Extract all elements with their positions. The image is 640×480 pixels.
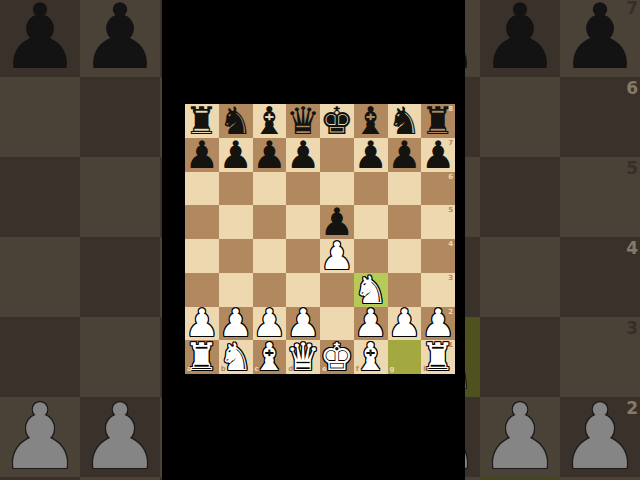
square-f5[interactable]: [354, 205, 388, 239]
coord-rank-2: 2: [626, 398, 638, 418]
square-h4[interactable]: 4: [421, 239, 455, 273]
square-b4[interactable]: [219, 239, 253, 273]
white-pawn: ♟: [480, 392, 561, 480]
square-e8[interactable]: ♚: [320, 104, 354, 138]
square-f6: [465, 77, 480, 157]
coord-rank-8: 8: [448, 105, 453, 113]
square-g4: [480, 237, 560, 317]
black-pawn: ♟: [0, 0, 80, 82]
square-d1[interactable]: ♛d: [286, 340, 320, 374]
square-c5[interactable]: [253, 205, 287, 239]
square-a7: ♟: [0, 0, 80, 77]
square-g7[interactable]: ♟: [388, 138, 422, 172]
white-knight: ♞: [80, 472, 161, 480]
square-a5[interactable]: [185, 205, 219, 239]
coord-file-h: h: [423, 365, 428, 373]
black-king[interactable]: ♚: [320, 102, 354, 140]
square-g6[interactable]: [388, 172, 422, 206]
square-h6: 6: [560, 77, 640, 157]
square-a6: [0, 77, 80, 157]
coord-rank-4: 4: [448, 240, 453, 248]
coord-rank-4: 4: [626, 238, 638, 258]
square-h4: 4: [560, 237, 640, 317]
black-pawn: ♟: [80, 0, 161, 82]
square-a4: [0, 237, 80, 317]
square-h5[interactable]: 5: [421, 205, 455, 239]
coord-rank-5: 5: [626, 158, 638, 178]
coord-file-d: d: [288, 365, 293, 373]
square-f1[interactable]: ♝f: [354, 340, 388, 374]
black-pawn[interactable]: ♟: [286, 136, 320, 174]
square-d4[interactable]: [286, 239, 320, 273]
square-c5: [160, 157, 162, 237]
square-c4: [160, 237, 162, 317]
square-g2[interactable]: ♟: [388, 307, 422, 341]
black-pawn[interactable]: ♟: [219, 136, 253, 174]
square-f7[interactable]: ♟: [354, 138, 388, 172]
coord-file-e: e: [322, 365, 327, 373]
coord-rank-7: 7: [626, 0, 638, 18]
square-c4[interactable]: [253, 239, 287, 273]
coord-rank-2: 2: [448, 308, 453, 316]
video-frame: ♜♞♝♛♚♝♞♜8♟♟♟♟♟♟♟76♟5♟4♞3♟♟♟♟♟♟♟2♜a♞b♝c♛d…: [0, 0, 640, 480]
square-g6: [480, 77, 560, 157]
white-bishop: ♝: [465, 472, 480, 480]
white-rook: ♜: [0, 472, 80, 480]
square-c7: ♟: [160, 0, 162, 77]
square-b4: [80, 237, 160, 317]
square-d6[interactable]: [286, 172, 320, 206]
square-b6[interactable]: [219, 172, 253, 206]
square-a7[interactable]: ♟: [185, 138, 219, 172]
coord-rank-7: 7: [448, 139, 453, 147]
square-g2: ♟: [480, 397, 560, 477]
square-g4[interactable]: [388, 239, 422, 273]
square-f7: ♟: [465, 0, 480, 77]
backdrop-panel-left: ♜♞♝♛♚♝♞♜8♟♟♟♟♟♟♟76♟5♟4♞3♟♟♟♟♟♟♟2♜a♞b♝c♛d…: [0, 0, 162, 480]
square-b1[interactable]: ♞b: [219, 340, 253, 374]
black-pawn[interactable]: ♟: [354, 136, 388, 174]
coord-rank-5: 5: [448, 206, 453, 214]
coord-rank-1: 1: [448, 341, 453, 349]
square-d7[interactable]: ♟: [286, 138, 320, 172]
white-pawn[interactable]: ♟: [320, 237, 354, 275]
square-b5[interactable]: [219, 205, 253, 239]
square-g1[interactable]: g: [388, 340, 422, 374]
coord-rank-3: 3: [448, 274, 453, 282]
coord-file-c: c: [255, 365, 259, 373]
coord-file-f: f: [356, 365, 359, 373]
coord-file-g: g: [390, 365, 395, 373]
black-pawn[interactable]: ♟: [252, 136, 286, 174]
square-c1[interactable]: ♝c: [253, 340, 287, 374]
square-e1[interactable]: ♚e: [320, 340, 354, 374]
square-g5: [480, 157, 560, 237]
square-b5: [80, 157, 160, 237]
black-pawn[interactable]: ♟: [387, 136, 421, 174]
square-b6: [80, 77, 160, 157]
backdrop-board-left: ♜♞♝♛♚♝♞♜8♟♟♟♟♟♟♟76♟5♟4♞3♟♟♟♟♟♟♟2♜a♞b♝c♛d…: [0, 0, 162, 480]
square-e3[interactable]: [320, 273, 354, 307]
square-b7: ♟: [80, 0, 160, 77]
square-b7[interactable]: ♟: [219, 138, 253, 172]
square-a1[interactable]: ♜a: [185, 340, 219, 374]
square-a6[interactable]: [185, 172, 219, 206]
square-e4[interactable]: ♟: [320, 239, 354, 273]
square-f5: [465, 157, 480, 237]
square-d5[interactable]: [286, 205, 320, 239]
square-e7[interactable]: [320, 138, 354, 172]
square-g5[interactable]: [388, 205, 422, 239]
square-h1[interactable]: ♜h1: [421, 340, 455, 374]
square-h6[interactable]: 6: [421, 172, 455, 206]
black-pawn: ♟: [465, 0, 480, 82]
coord-rank-3: 3: [626, 318, 638, 338]
square-g7: ♟: [480, 0, 560, 77]
square-c6[interactable]: [253, 172, 287, 206]
square-c7[interactable]: ♟: [253, 138, 287, 172]
square-h7: ♟7: [560, 0, 640, 77]
square-a5: [0, 157, 80, 237]
square-f6[interactable]: [354, 172, 388, 206]
square-h5: 5: [560, 157, 640, 237]
square-a4[interactable]: [185, 239, 219, 273]
backdrop-board-right: ♜♞♝♛♚♝♞♜8♟♟♟♟♟♟♟76♟5♟4♞3♟♟♟♟♟♟♟2♜a♞b♝c♛d…: [465, 0, 640, 480]
square-h7[interactable]: ♟7: [421, 138, 455, 172]
black-pawn[interactable]: ♟: [185, 136, 219, 174]
backdrop-panel-right: ♜♞♝♛♚♝♞♜8♟♟♟♟♟♟♟76♟5♟4♞3♟♟♟♟♟♟♟2♜a♞b♝c♛d…: [465, 0, 640, 480]
coord-rank-6: 6: [448, 173, 453, 181]
coord-file-a: a: [187, 365, 192, 373]
coord-file-b: b: [221, 365, 226, 373]
square-c6: [160, 77, 162, 157]
chess-board[interactable]: ♜♞♝♛♚♝♞♜8♟♟♟♟♟♟♟76♟5♟4♞3♟♟♟♟♟♟♟2♜a♞b♝c♛d…: [185, 104, 455, 374]
black-pawn: ♟: [480, 0, 561, 82]
black-pawn: ♟: [160, 0, 162, 82]
white-pawn[interactable]: ♟: [387, 304, 421, 342]
coord-rank-6: 6: [626, 78, 638, 98]
white-bishop: ♝: [160, 472, 162, 480]
